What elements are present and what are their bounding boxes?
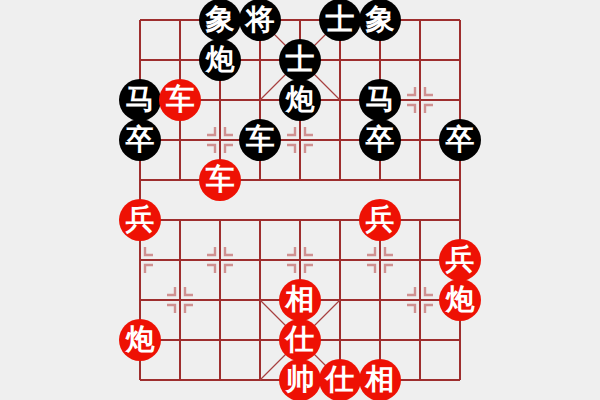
pieces-layer: 象将士象炮士马车炮马卒车卒卒车兵兵兵相炮炮仕帅仕相 (120, 0, 480, 400)
piece-black-cannon[interactable]: 炮 (199, 39, 241, 81)
piece-black-soldier[interactable]: 卒 (439, 119, 481, 161)
piece-black-elephant[interactable]: 象 (199, 0, 241, 41)
piece-red-soldier[interactable]: 兵 (119, 199, 161, 241)
piece-red-chariot[interactable]: 车 (159, 79, 201, 121)
app-canvas: 象将士象炮士马车炮马卒车卒卒车兵兵兵相炮炮仕帅仕相 (0, 0, 600, 400)
piece-red-elephant[interactable]: 相 (359, 359, 401, 400)
piece-black-soldier[interactable]: 卒 (119, 119, 161, 161)
piece-black-general[interactable]: 将 (239, 0, 281, 41)
piece-red-cannon[interactable]: 炮 (119, 319, 161, 361)
piece-red-soldier[interactable]: 兵 (359, 199, 401, 241)
piece-red-general[interactable]: 帅 (279, 359, 321, 400)
xiangqi-board: 象将士象炮士马车炮马卒车卒卒车兵兵兵相炮炮仕帅仕相 (0, 0, 600, 400)
piece-red-cannon[interactable]: 炮 (439, 279, 481, 321)
piece-red-advisor[interactable]: 仕 (279, 319, 321, 361)
piece-black-elephant[interactable]: 象 (359, 0, 401, 41)
piece-black-chariot[interactable]: 车 (239, 119, 281, 161)
piece-black-horse[interactable]: 马 (359, 79, 401, 121)
piece-black-horse[interactable]: 马 (119, 79, 161, 121)
piece-black-advisor[interactable]: 士 (279, 39, 321, 81)
piece-red-soldier[interactable]: 兵 (439, 239, 481, 281)
piece-red-elephant[interactable]: 相 (279, 279, 321, 321)
piece-black-cannon[interactable]: 炮 (279, 79, 321, 121)
piece-black-soldier[interactable]: 卒 (359, 119, 401, 161)
piece-black-advisor[interactable]: 士 (319, 0, 361, 41)
piece-red-advisor[interactable]: 仕 (319, 359, 361, 400)
piece-red-chariot[interactable]: 车 (199, 159, 241, 201)
